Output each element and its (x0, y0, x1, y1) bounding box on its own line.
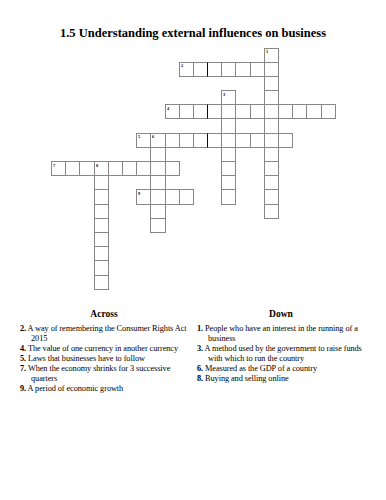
grid-cell-r7c7[interactable] (150, 147, 165, 162)
grid-cell-r6c10[interactable] (193, 133, 208, 148)
grid-cell-r4c15[interactable] (264, 104, 279, 119)
grid-cell-r8c0[interactable]: 7 (51, 161, 66, 176)
grid-cell-r6c16[interactable] (278, 133, 293, 148)
grid-cell-r1c14[interactable] (250, 62, 265, 77)
clue-text: Measured as the GDP of a country (203, 364, 317, 373)
clue-text: People who have an interest in the runni… (203, 324, 358, 343)
grid-cell-r4c8[interactable]: 4 (165, 104, 180, 119)
grid-cell-r8c3[interactable]: 8 (94, 161, 109, 176)
down-clue-6: 6. Measured as the GDP of a country (197, 364, 365, 374)
grid-cell-r1c12[interactable] (221, 62, 236, 77)
across-header: Across (20, 309, 188, 320)
grid-cell-r9c7[interactable] (150, 175, 165, 190)
down-clue-3: 3. A method used by the government to ra… (197, 344, 365, 364)
grid-cell-r4c9[interactable] (179, 104, 194, 119)
down-clue-1: 1. People who have an interest in the ru… (197, 324, 365, 344)
grid-cell-r6c11[interactable] (207, 133, 222, 148)
clue-text: Buying and selling online (203, 374, 289, 383)
cell-number-9: 9 (138, 191, 140, 195)
down-clue-8: 8. Buying and selling online (197, 374, 365, 384)
cell-number-1: 1 (266, 49, 268, 53)
grid-cell-r10c12[interactable] (221, 189, 236, 204)
grid-cell-r6c8[interactable] (165, 133, 180, 148)
grid-cell-r5c15[interactable] (264, 118, 279, 133)
grid-cell-r1c9[interactable]: 2 (179, 62, 194, 77)
grid-cell-r6c12[interactable] (221, 133, 236, 148)
grid-cell-r8c8[interactable] (165, 161, 180, 176)
grid-cell-r2c15[interactable] (264, 76, 279, 91)
across-clue-5: 5. Laws that businesses have to follow (20, 354, 188, 364)
grid-cell-r8c15[interactable] (264, 161, 279, 176)
grid-cell-r6c13[interactable] (235, 133, 250, 148)
grid-cell-r4c10[interactable] (193, 104, 208, 119)
cell-number-6: 6 (152, 134, 154, 138)
down-clue-list: 1. People who have an interest in the ru… (197, 324, 365, 384)
grid-cell-r6c6[interactable]: 5 (136, 133, 151, 148)
clue-text: The value of one currency in another cur… (26, 344, 178, 353)
worksheet-page: 1.5 Understanding external influences on… (0, 0, 386, 500)
down-header: Down (197, 309, 365, 320)
grid-cell-r1c11[interactable] (207, 62, 222, 77)
clue-text: When the economy shrinks for 3 successiv… (26, 364, 170, 383)
grid-cell-r8c12[interactable] (221, 161, 236, 176)
grid-cell-r16c3[interactable] (94, 275, 109, 290)
page-title: 1.5 Understanding external influences on… (0, 26, 386, 40)
grid-cell-r4c19[interactable] (321, 104, 336, 119)
across-clue-2: 2. A way of remembering the Consumer Rig… (20, 324, 188, 344)
grid-cell-r6c15[interactable] (264, 133, 279, 148)
grid-cell-r1c10[interactable] (193, 62, 208, 77)
across-clues-section: Across 2. A way of remembering the Consu… (20, 309, 188, 394)
grid-cell-r9c12[interactable] (221, 175, 236, 190)
grid-cell-r6c14[interactable] (250, 133, 265, 148)
grid-cell-r4c11[interactable] (207, 104, 222, 119)
grid-cell-r5c12[interactable] (221, 118, 236, 133)
cell-number-2: 2 (181, 63, 183, 67)
grid-cell-r4c14[interactable] (250, 104, 265, 119)
grid-cell-r11c15[interactable] (264, 204, 279, 219)
grid-cell-r10c8[interactable] (165, 189, 180, 204)
down-clues-section: Down 1. People who have an interest in t… (197, 309, 365, 384)
cell-number-8: 8 (96, 163, 98, 167)
grid-cell-r8c2[interactable] (79, 161, 94, 176)
clue-text: A way of remembering the Consumer Rights… (26, 324, 186, 343)
grid-cell-r9c3[interactable] (94, 175, 109, 190)
grid-cell-r8c4[interactable] (108, 161, 123, 176)
cell-number-4: 4 (167, 106, 169, 110)
grid-cell-r10c3[interactable] (94, 189, 109, 204)
grid-cell-r15c3[interactable] (94, 260, 109, 275)
grid-cell-r12c7[interactable] (150, 218, 165, 233)
grid-cell-r13c3[interactable] (94, 232, 109, 247)
across-clue-9: 9. A period of economic growth (20, 384, 188, 394)
grid-cell-r7c12[interactable] (221, 147, 236, 162)
across-clue-7: 7. When the economy shrinks for 3 succes… (20, 364, 188, 384)
grid-cell-r11c7[interactable] (150, 204, 165, 219)
clue-text: A period of economic growth (26, 384, 123, 393)
grid-cell-r6c7[interactable]: 6 (150, 133, 165, 148)
grid-cell-r0c15[interactable]: 1 (264, 48, 279, 63)
grid-cell-r8c1[interactable] (65, 161, 80, 176)
cell-number-7: 7 (53, 163, 55, 167)
grid-cell-r4c17[interactable] (292, 104, 307, 119)
grid-cell-r10c15[interactable] (264, 189, 279, 204)
across-clue-list: 2. A way of remembering the Consumer Rig… (20, 324, 188, 394)
grid-cell-r10c9[interactable] (179, 189, 194, 204)
grid-cell-r7c15[interactable] (264, 147, 279, 162)
clue-text: A method used by the government to raise… (203, 344, 362, 363)
cell-number-3: 3 (223, 92, 225, 96)
grid-cell-r4c12[interactable] (221, 104, 236, 119)
grid-cell-r3c12[interactable]: 3 (221, 90, 236, 105)
grid-cell-r9c15[interactable] (264, 175, 279, 190)
grid-cell-r1c15[interactable] (264, 62, 279, 77)
cell-number-5: 5 (138, 134, 140, 138)
across-clue-4: 4. The value of one currency in another … (20, 344, 188, 354)
grid-cell-r6c9[interactable] (179, 133, 194, 148)
grid-cell-r4c18[interactable] (306, 104, 321, 119)
grid-cell-r10c6[interactable]: 9 (136, 189, 151, 204)
grid-cell-r4c16[interactable] (278, 104, 293, 119)
crossword-grid: 123456789 (51, 48, 335, 289)
grid-cell-r14c3[interactable] (94, 246, 109, 261)
grid-cell-r10c7[interactable] (150, 189, 165, 204)
grid-cell-r3c15[interactable] (264, 90, 279, 105)
grid-cell-r8c7[interactable] (150, 161, 165, 176)
grid-cell-r8c5[interactable] (122, 161, 137, 176)
clue-text: Laws that businesses have to follow (26, 354, 145, 363)
grid-cell-r4c13[interactable] (235, 104, 250, 119)
grid-cell-r12c3[interactable] (94, 218, 109, 233)
grid-cell-r11c3[interactable] (94, 204, 109, 219)
grid-cell-r1c13[interactable] (235, 62, 250, 77)
grid-cell-r8c6[interactable] (136, 161, 151, 176)
